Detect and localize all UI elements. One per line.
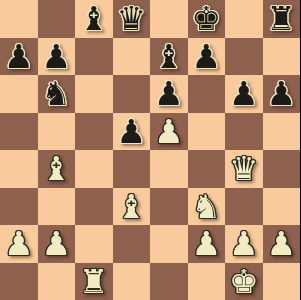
- square-b7[interactable]: ♟: [38, 38, 76, 76]
- square-g8[interactable]: [225, 0, 263, 38]
- piece-black-queen-d8[interactable]: ♛: [116, 2, 146, 35]
- piece-black-knight-b6[interactable]: ♞: [41, 77, 71, 110]
- square-d5[interactable]: ♟: [113, 113, 151, 151]
- piece-white-pawn-g2[interactable]: ♟: [229, 227, 259, 260]
- piece-black-rook-h8[interactable]: ♜: [266, 2, 296, 35]
- square-e2[interactable]: [150, 225, 188, 263]
- piece-white-knight-f3[interactable]: ♞: [191, 190, 221, 223]
- square-b2[interactable]: ♟: [38, 225, 76, 263]
- square-e6[interactable]: ♟: [150, 75, 188, 113]
- square-a7[interactable]: ♟: [0, 38, 38, 76]
- piece-black-bishop-e7[interactable]: ♝: [154, 40, 184, 73]
- square-e5[interactable]: ♟: [150, 113, 188, 151]
- square-h4[interactable]: [263, 150, 301, 188]
- piece-black-pawn-e6[interactable]: ♟: [154, 77, 184, 110]
- piece-white-pawn-h2[interactable]: ♟: [266, 227, 296, 260]
- square-c1[interactable]: ♜: [75, 263, 113, 300]
- square-f6[interactable]: [188, 75, 226, 113]
- square-d3[interactable]: ♝: [113, 188, 151, 226]
- square-h6[interactable]: ♟: [263, 75, 301, 113]
- piece-white-bishop-d3[interactable]: ♝: [116, 190, 146, 223]
- square-d1[interactable]: [113, 263, 151, 300]
- square-g7[interactable]: [225, 38, 263, 76]
- square-e4[interactable]: [150, 150, 188, 188]
- piece-white-pawn-e5[interactable]: ♟: [154, 115, 184, 148]
- square-e3[interactable]: [150, 188, 188, 226]
- square-a5[interactable]: [0, 113, 38, 151]
- square-a8[interactable]: [0, 0, 38, 38]
- square-e7[interactable]: ♝: [150, 38, 188, 76]
- piece-white-bishop-b4[interactable]: ♝: [41, 152, 71, 185]
- square-f3[interactable]: ♞: [188, 188, 226, 226]
- chess-board: ♝♛♚♜♟♟♝♟♞♟♟♟♟♟♝♛♝♞♟♟♟♟♟♜♚: [0, 0, 300, 300]
- square-c3[interactable]: [75, 188, 113, 226]
- piece-black-king-f8[interactable]: ♚: [191, 2, 221, 35]
- piece-black-pawn-b7[interactable]: ♟: [41, 40, 71, 73]
- piece-white-pawn-b2[interactable]: ♟: [41, 227, 71, 260]
- square-a3[interactable]: [0, 188, 38, 226]
- square-f1[interactable]: [188, 263, 226, 300]
- square-f5[interactable]: [188, 113, 226, 151]
- square-f2[interactable]: ♟: [188, 225, 226, 263]
- piece-white-king-g1[interactable]: ♚: [229, 265, 259, 298]
- square-h8[interactable]: ♜: [263, 0, 301, 38]
- square-h1[interactable]: [263, 263, 301, 300]
- square-h2[interactable]: ♟: [263, 225, 301, 263]
- piece-white-pawn-a2[interactable]: ♟: [4, 227, 34, 260]
- piece-black-pawn-a7[interactable]: ♟: [4, 40, 34, 73]
- square-b3[interactable]: [38, 188, 76, 226]
- square-a4[interactable]: [0, 150, 38, 188]
- piece-black-bishop-c8[interactable]: ♝: [79, 2, 109, 35]
- piece-white-pawn-f2[interactable]: ♟: [191, 227, 221, 260]
- square-f7[interactable]: ♟: [188, 38, 226, 76]
- square-d8[interactable]: ♛: [113, 0, 151, 38]
- square-g1[interactable]: ♚: [225, 263, 263, 300]
- square-b8[interactable]: [38, 0, 76, 38]
- piece-black-pawn-f7[interactable]: ♟: [191, 40, 221, 73]
- square-h5[interactable]: [263, 113, 301, 151]
- square-f8[interactable]: ♚: [188, 0, 226, 38]
- square-b1[interactable]: [38, 263, 76, 300]
- square-c4[interactable]: [75, 150, 113, 188]
- square-e1[interactable]: [150, 263, 188, 300]
- square-a1[interactable]: [0, 263, 38, 300]
- piece-white-queen-g4[interactable]: ♛: [229, 152, 259, 185]
- square-g4[interactable]: ♛: [225, 150, 263, 188]
- square-c2[interactable]: [75, 225, 113, 263]
- square-c8[interactable]: ♝: [75, 0, 113, 38]
- square-f4[interactable]: [188, 150, 226, 188]
- square-h7[interactable]: [263, 38, 301, 76]
- square-e8[interactable]: [150, 0, 188, 38]
- square-g3[interactable]: [225, 188, 263, 226]
- square-b5[interactable]: [38, 113, 76, 151]
- square-c7[interactable]: [75, 38, 113, 76]
- piece-black-pawn-d5[interactable]: ♟: [116, 115, 146, 148]
- square-d4[interactable]: [113, 150, 151, 188]
- square-b4[interactable]: ♝: [38, 150, 76, 188]
- piece-black-pawn-h6[interactable]: ♟: [266, 77, 296, 110]
- square-c6[interactable]: [75, 75, 113, 113]
- square-c5[interactable]: [75, 113, 113, 151]
- square-b6[interactable]: ♞: [38, 75, 76, 113]
- piece-white-rook-c1[interactable]: ♜: [79, 265, 109, 298]
- square-d6[interactable]: [113, 75, 151, 113]
- square-d7[interactable]: [113, 38, 151, 76]
- square-a6[interactable]: [0, 75, 38, 113]
- square-g6[interactable]: ♟: [225, 75, 263, 113]
- square-g2[interactable]: ♟: [225, 225, 263, 263]
- square-h3[interactable]: [263, 188, 301, 226]
- square-a2[interactable]: ♟: [0, 225, 38, 263]
- square-g5[interactable]: [225, 113, 263, 151]
- piece-black-pawn-g6[interactable]: ♟: [229, 77, 259, 110]
- square-d2[interactable]: [113, 225, 151, 263]
